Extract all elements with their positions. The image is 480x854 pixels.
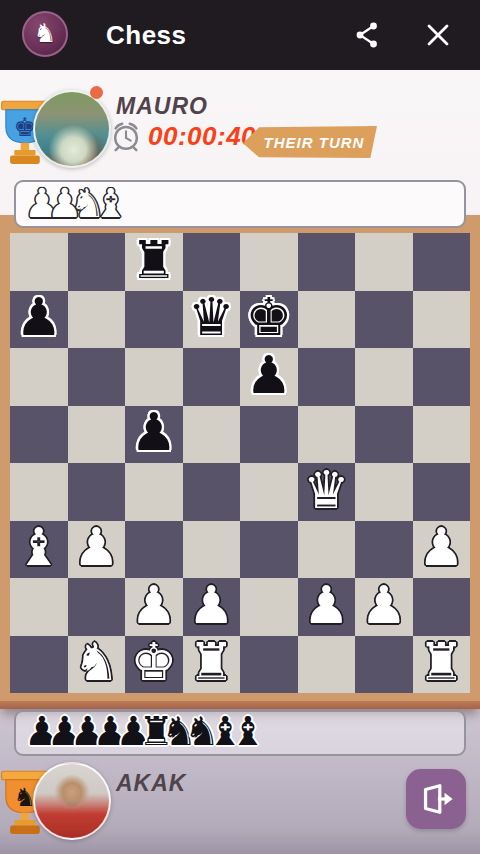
square-h6[interactable]: [413, 348, 471, 406]
square-b5[interactable]: [68, 406, 126, 464]
share-icon[interactable]: [353, 21, 381, 49]
captured-tray-opponent: ♟♟♞♝: [14, 180, 466, 228]
square-e4[interactable]: [240, 463, 298, 521]
square-d5[interactable]: [183, 406, 241, 464]
online-indicator-dot: [90, 86, 103, 99]
square-g3[interactable]: [355, 521, 413, 579]
opponent-name: MAURO: [116, 93, 208, 120]
piece-black-pawn: ♟: [15, 291, 62, 343]
square-g5[interactable]: [355, 406, 413, 464]
square-b3[interactable]: ♟: [68, 521, 126, 579]
square-b4[interactable]: [68, 463, 126, 521]
square-a6[interactable]: [10, 348, 68, 406]
square-h1[interactable]: ♜: [413, 636, 471, 694]
square-d7[interactable]: ♛: [183, 291, 241, 349]
square-f5[interactable]: [298, 406, 356, 464]
square-c3[interactable]: [125, 521, 183, 579]
square-c4[interactable]: [125, 463, 183, 521]
square-g4[interactable]: [355, 463, 413, 521]
opponent-clock-row: 00:00:40: [110, 119, 256, 153]
piece-white-king: ♚: [130, 636, 177, 688]
square-c6[interactable]: [125, 348, 183, 406]
square-a8[interactable]: [10, 233, 68, 291]
square-h5[interactable]: [413, 406, 471, 464]
square-d1[interactable]: ♜: [183, 636, 241, 694]
square-f6[interactable]: [298, 348, 356, 406]
app-header: ♞ Chess: [0, 0, 480, 70]
chess-game-screen: ♞ Chess ♚ MAURO: [0, 0, 480, 854]
square-a4[interactable]: [10, 463, 68, 521]
square-g8[interactable]: [355, 233, 413, 291]
board-frame: ♜♟♛♚♟♟♛♝♟♟♟♟♟♟♞♚♜♜: [0, 215, 480, 709]
square-e8[interactable]: [240, 233, 298, 291]
square-e5[interactable]: [240, 406, 298, 464]
piece-white-rook: ♜: [188, 636, 235, 688]
opponent-timer: 00:00:40: [148, 121, 256, 152]
piece-white-bishop: ♝: [15, 521, 62, 573]
piece-white-pawn: ♟: [418, 521, 465, 573]
square-b8[interactable]: [68, 233, 126, 291]
alarm-clock-icon: [110, 119, 142, 153]
exit-door-icon: [417, 781, 455, 817]
turn-status-label: THEIR TURN: [256, 134, 365, 151]
square-d8[interactable]: [183, 233, 241, 291]
square-b1[interactable]: ♞: [68, 636, 126, 694]
square-c8[interactable]: ♜: [125, 233, 183, 291]
square-g6[interactable]: [355, 348, 413, 406]
square-h3[interactable]: ♟: [413, 521, 471, 579]
captured-black-bishop: ♝: [230, 711, 266, 751]
square-e2[interactable]: [240, 578, 298, 636]
leave-game-button[interactable]: [406, 769, 466, 829]
app-title: Chess: [106, 0, 187, 70]
square-f8[interactable]: [298, 233, 356, 291]
piece-white-pawn: ♟: [188, 579, 235, 631]
my-name: AKAK: [116, 770, 186, 797]
piece-black-queen: ♛: [188, 291, 235, 343]
square-d2[interactable]: ♟: [183, 578, 241, 636]
square-d4[interactable]: [183, 463, 241, 521]
square-h4[interactable]: [413, 463, 471, 521]
square-b2[interactable]: [68, 578, 126, 636]
square-c1[interactable]: ♚: [125, 636, 183, 694]
piece-white-rook: ♜: [418, 636, 465, 688]
piece-white-pawn: ♟: [303, 579, 350, 631]
square-e1[interactable]: [240, 636, 298, 694]
square-f2[interactable]: ♟: [298, 578, 356, 636]
piece-black-king: ♚: [245, 291, 292, 343]
square-c7[interactable]: [125, 291, 183, 349]
piece-white-knight: ♞: [73, 636, 120, 688]
square-e6[interactable]: ♟: [240, 348, 298, 406]
board: ♜♟♛♚♟♟♛♝♟♟♟♟♟♟♞♚♜♜: [10, 233, 470, 693]
square-a2[interactable]: [10, 578, 68, 636]
captured-tray-me: ♟♟♟♟♟♜♞♞♝♝: [14, 710, 466, 756]
piece-white-pawn: ♟: [130, 579, 177, 631]
square-f1[interactable]: [298, 636, 356, 694]
square-c2[interactable]: ♟: [125, 578, 183, 636]
piece-black-rook: ♜: [130, 234, 177, 286]
square-g1[interactable]: [355, 636, 413, 694]
square-a7[interactable]: ♟: [10, 291, 68, 349]
knight-logo-icon: ♞: [33, 20, 56, 46]
square-f4[interactable]: ♛: [298, 463, 356, 521]
square-c5[interactable]: ♟: [125, 406, 183, 464]
piece-white-pawn: ♟: [360, 579, 407, 631]
square-h2[interactable]: [413, 578, 471, 636]
turn-status-badge: THEIR TURN: [243, 126, 377, 158]
square-b6[interactable]: [68, 348, 126, 406]
square-h8[interactable]: [413, 233, 471, 291]
square-d3[interactable]: [183, 521, 241, 579]
piece-white-pawn: ♟: [73, 521, 120, 573]
square-b7[interactable]: [68, 291, 126, 349]
square-f7[interactable]: [298, 291, 356, 349]
square-g2[interactable]: ♟: [355, 578, 413, 636]
captured-white-bishop: ♝: [93, 183, 129, 223]
square-g7[interactable]: [355, 291, 413, 349]
close-icon[interactable]: [424, 21, 452, 49]
piece-black-pawn: ♟: [245, 349, 292, 401]
piece-black-pawn: ♟: [130, 406, 177, 458]
square-f3[interactable]: [298, 521, 356, 579]
opponent-avatar: [33, 90, 111, 168]
square-h7[interactable]: [413, 291, 471, 349]
my-avatar: [33, 762, 111, 840]
square-d6[interactable]: [183, 348, 241, 406]
square-e3[interactable]: [240, 521, 298, 579]
square-a1[interactable]: [10, 636, 68, 694]
piece-white-queen: ♛: [303, 464, 350, 516]
chess-app-logo: ♞: [22, 11, 68, 57]
square-a5[interactable]: [10, 406, 68, 464]
square-a3[interactable]: ♝: [10, 521, 68, 579]
square-e7[interactable]: ♚: [240, 291, 298, 349]
